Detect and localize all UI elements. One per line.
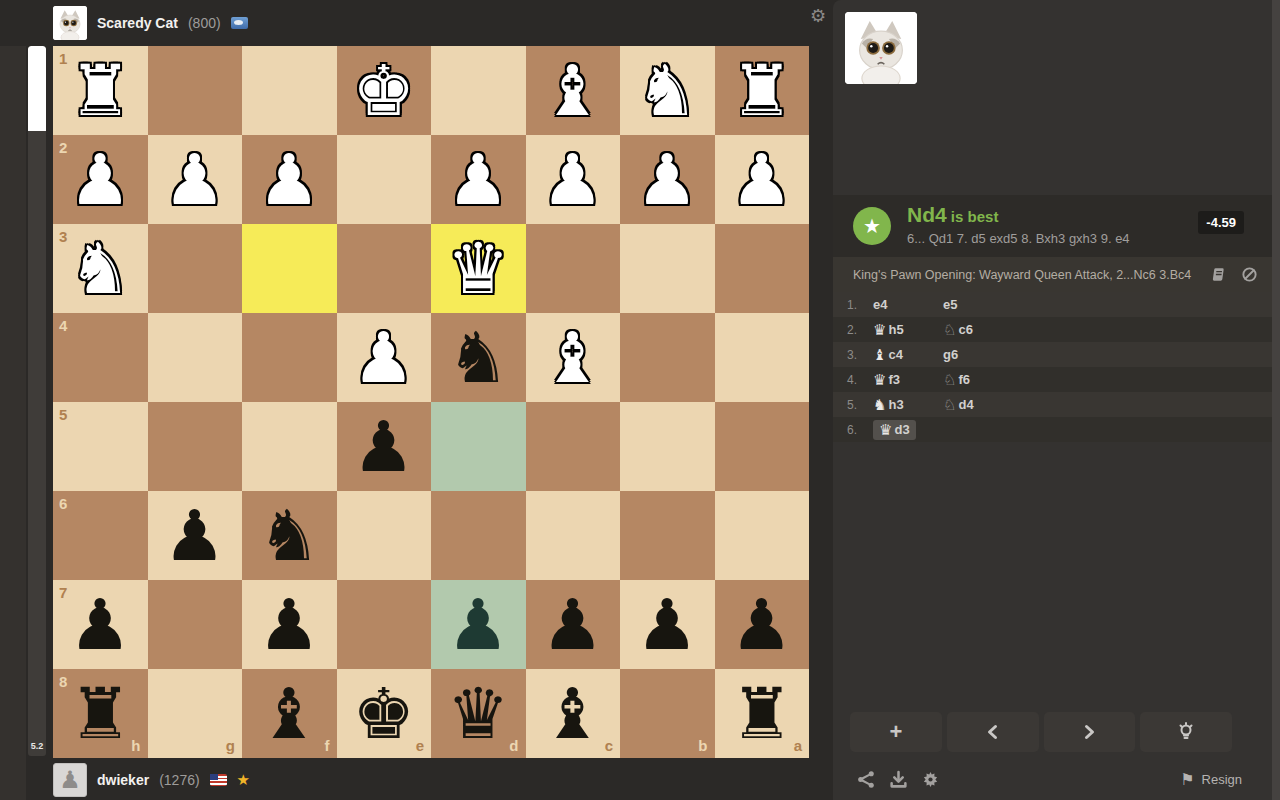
move-san: f6 — [958, 372, 970, 387]
black-pawn[interactable]: ♟ — [636, 590, 699, 660]
square-c1[interactable]: ♝ — [526, 46, 621, 135]
black-queen[interactable]: ♛ — [447, 679, 510, 749]
black-pawn[interactable]: ♟ — [352, 412, 415, 482]
black-figurine-icon: ♘ — [943, 371, 956, 389]
square-c3[interactable] — [526, 224, 621, 313]
player-rating: (1276) — [159, 772, 199, 788]
square-b4[interactable] — [620, 313, 715, 402]
move-black-4[interactable]: ♘f6 — [943, 371, 1013, 389]
white-rook[interactable]: ♜ — [730, 56, 793, 126]
file-label-c: c — [605, 737, 613, 754]
square-f8[interactable]: f♝ — [242, 669, 337, 758]
player-bar: ♟ dwieker (1276) ★ — [53, 762, 250, 798]
book-icon[interactable] — [1210, 266, 1227, 283]
eval-score: 5.2 — [28, 741, 46, 751]
square-g3[interactable] — [148, 224, 243, 313]
evaluation-bar: 5.2 — [28, 46, 46, 756]
square-a6[interactable] — [715, 491, 810, 580]
best-line: 6... Qd1 7. d5 exd5 8. Bxh3 gxh3 9. e4 — [907, 231, 1130, 246]
analysis-panel: ★ Nd4 is best 6... Qd1 7. d5 exd5 8. Bxh… — [833, 0, 1272, 800]
chevron-left-icon — [984, 723, 1002, 741]
panel-scrollbar[interactable] — [1272, 0, 1280, 800]
square-d2[interactable]: ♟ — [431, 135, 526, 224]
file-label-e: e — [416, 737, 424, 754]
square-h4[interactable]: 4 — [53, 313, 148, 402]
white-pawn[interactable]: ♟ — [258, 145, 321, 215]
move-number: 3. — [847, 348, 873, 362]
actions-row: ⚑ Resign — [833, 764, 1272, 794]
chevron-right-icon — [1080, 723, 1098, 741]
square-a7[interactable]: ♟ — [715, 580, 810, 669]
cat-avatar-image — [53, 6, 87, 40]
move-black-2[interactable]: ♘c6 — [943, 321, 1013, 339]
rank-label-6: 6 — [59, 495, 67, 512]
black-bishop[interactable]: ♝ — [258, 679, 321, 749]
best-move-suffix: is best — [947, 208, 999, 225]
cat-avatar-image — [845, 12, 917, 84]
square-h1[interactable]: 1♜ — [53, 46, 148, 135]
square-d1[interactable] — [431, 46, 526, 135]
square-h7[interactable]: 7♟ — [53, 580, 148, 669]
resign-button[interactable]: ⚑ Resign — [1180, 770, 1242, 789]
move-san: d3 — [894, 422, 909, 437]
black-knight[interactable]: ♞ — [258, 501, 321, 571]
rank-label-1: 1 — [59, 50, 67, 67]
move-san: c6 — [958, 322, 972, 337]
square-a1[interactable]: ♜ — [715, 46, 810, 135]
black-figurine-icon: ♘ — [943, 396, 956, 414]
square-e8[interactable]: e♚ — [337, 669, 432, 758]
white-bishop[interactable]: ♝ — [541, 323, 604, 393]
black-pawn[interactable]: ♟ — [730, 590, 793, 660]
hint-button[interactable] — [1140, 712, 1232, 752]
square-h5[interactable]: 5 — [53, 402, 148, 491]
rank-label-5: 5 — [59, 406, 67, 423]
black-pawn[interactable]: ♟ — [447, 590, 510, 660]
white-pawn[interactable]: ♟ — [730, 145, 793, 215]
white-pawn[interactable]: ♟ — [163, 145, 226, 215]
white-knight[interactable]: ♞ — [69, 234, 132, 304]
move-san: h5 — [888, 322, 903, 337]
square-h3[interactable]: 3♞ — [53, 224, 148, 313]
move-row-6: 6.♛d3 — [833, 417, 1272, 442]
white-pawn[interactable]: ♟ — [352, 323, 415, 393]
square-d8[interactable]: d♛ — [431, 669, 526, 758]
square-g2[interactable]: ♟ — [148, 135, 243, 224]
square-b5[interactable] — [620, 402, 715, 491]
black-pawn[interactable]: ♟ — [163, 501, 226, 571]
resign-label: Resign — [1202, 772, 1242, 787]
move-black-3[interactable]: g6 — [943, 347, 1013, 362]
rank-label-8: 8 — [59, 673, 67, 690]
white-king[interactable]: ♚ — [352, 56, 415, 126]
rank-label-4: 4 — [59, 317, 67, 334]
black-rook[interactable]: ♜ — [730, 679, 793, 749]
move-row-2: 2.♛h5♘c6 — [833, 317, 1272, 342]
collapsed-sidebar — [0, 46, 26, 800]
board-settings-gear-icon[interactable]: ⚙ — [810, 6, 830, 26]
rank-label-3: 3 — [59, 228, 67, 245]
white-figurine-icon: ♛ — [873, 371, 886, 389]
white-rook[interactable]: ♜ — [69, 56, 132, 126]
square-b7[interactable]: ♟ — [620, 580, 715, 669]
controls-row: + — [850, 712, 1232, 752]
black-figurine-icon: ♘ — [943, 321, 956, 339]
white-figurine-icon: ♛ — [873, 321, 886, 339]
opening-row[interactable]: King's Pawn Opening: Wayward Queen Attac… — [833, 257, 1272, 292]
square-e3[interactable] — [337, 224, 432, 313]
best-move-star-icon: ★ — [853, 207, 891, 245]
file-label-f: f — [325, 737, 330, 754]
square-b6[interactable] — [620, 491, 715, 580]
square-d4[interactable]: ♞ — [431, 313, 526, 402]
square-g8[interactable]: g — [148, 669, 243, 758]
square-g4[interactable] — [148, 313, 243, 402]
back-button[interactable] — [947, 712, 1039, 752]
rank-label-2: 2 — [59, 139, 67, 156]
settings-gear-icon[interactable] — [921, 770, 940, 789]
square-a3[interactable] — [715, 224, 810, 313]
opponent-bar: Scaredy Cat (800) — [53, 5, 248, 41]
us-flag-icon — [210, 774, 227, 786]
move-row-5: 5.♞h3♘d4 — [833, 392, 1272, 417]
chess-board[interactable]: 1♜♚♝♞♜2♟♟♟♟♟♟♟3♞♛4♟♞♝5♟6♟♞7♟♟♟♟♟♟8h♜gf♝e… — [53, 46, 809, 758]
move-row-4: 4.♛f3♘f6 — [833, 367, 1272, 392]
move-san: e5 — [943, 297, 957, 312]
black-pawn[interactable]: ♟ — [69, 590, 132, 660]
square-g6[interactable]: ♟ — [148, 491, 243, 580]
forward-button[interactable] — [1044, 712, 1136, 752]
share-icon[interactable] — [857, 770, 876, 789]
square-g5[interactable] — [148, 402, 243, 491]
square-f1[interactable] — [242, 46, 337, 135]
lightbulb-icon — [1176, 722, 1196, 742]
black-pawn[interactable]: ♟ — [541, 590, 604, 660]
move-black-1[interactable]: e5 — [943, 297, 1013, 312]
square-f4[interactable] — [242, 313, 337, 402]
eval-badge: -4.59 — [1198, 211, 1244, 234]
square-e1[interactable]: ♚ — [337, 46, 432, 135]
move-san: d4 — [958, 397, 973, 412]
black-pawn[interactable]: ♟ — [258, 590, 321, 660]
move-white-4[interactable]: ♛f3 — [873, 371, 943, 389]
move-san: g6 — [943, 347, 958, 362]
opening-name: King's Pawn Opening: Wayward Queen Attac… — [853, 268, 1210, 282]
move-black-5[interactable]: ♘d4 — [943, 396, 1013, 414]
file-label-g: g — [226, 737, 235, 754]
pawn-avatar-icon: ♟ — [59, 766, 81, 794]
square-a2[interactable]: ♟ — [715, 135, 810, 224]
square-f6[interactable]: ♞ — [242, 491, 337, 580]
square-f7[interactable]: ♟ — [242, 580, 337, 669]
square-f2[interactable]: ♟ — [242, 135, 337, 224]
square-a8[interactable]: a♜ — [715, 669, 810, 758]
square-b1[interactable]: ♞ — [620, 46, 715, 135]
square-c8[interactable]: c♝ — [526, 669, 621, 758]
square-c7[interactable]: ♟ — [526, 580, 621, 669]
move-number: 6. — [847, 423, 873, 437]
best-move-san: Nd4 — [907, 203, 947, 226]
black-knight[interactable]: ♞ — [447, 323, 510, 393]
square-d5[interactable] — [431, 402, 526, 491]
white-queen[interactable]: ♛ — [447, 234, 510, 304]
square-b2[interactable]: ♟ — [620, 135, 715, 224]
move-row-1: 1.e4e5 — [833, 292, 1272, 317]
square-c4[interactable]: ♝ — [526, 313, 621, 402]
gold-star-icon: ★ — [237, 771, 250, 789]
best-move-text: Nd4 is best — [907, 203, 998, 227]
square-a5[interactable] — [715, 402, 810, 491]
add-line-button[interactable]: + — [850, 712, 942, 752]
square-h8[interactable]: 8h♜ — [53, 669, 148, 758]
black-bishop[interactable]: ♝ — [541, 679, 604, 749]
best-move-banner: ★ Nd4 is best 6... Qd1 7. d5 exd5 8. Bxh… — [833, 195, 1272, 257]
move-number: 5. — [847, 398, 873, 412]
opponent-large-avatar[interactable] — [845, 12, 917, 84]
white-bishop[interactable]: ♝ — [541, 56, 604, 126]
opponent-rating: (800) — [188, 15, 221, 31]
square-h6[interactable]: 6 — [53, 491, 148, 580]
move-white-6[interactable]: ♛d3 — [873, 420, 943, 440]
move-san: h3 — [888, 397, 903, 412]
download-icon[interactable] — [889, 770, 908, 789]
file-label-b: b — [698, 737, 707, 754]
square-g7[interactable] — [148, 580, 243, 669]
white-knight[interactable]: ♞ — [636, 56, 699, 126]
move-white-5[interactable]: ♞h3 — [873, 396, 943, 414]
rank-label-7: 7 — [59, 584, 67, 601]
square-d7[interactable]: ♟ — [431, 580, 526, 669]
square-e7[interactable] — [337, 580, 432, 669]
square-c5[interactable] — [526, 402, 621, 491]
file-label-d: d — [509, 737, 518, 754]
white-pawn[interactable]: ♟ — [636, 145, 699, 215]
square-c6[interactable] — [526, 491, 621, 580]
square-b3[interactable] — [620, 224, 715, 313]
opponent-avatar[interactable] — [53, 6, 87, 40]
plus-icon: + — [889, 719, 902, 745]
move-san: e4 — [873, 297, 887, 312]
white-pawn[interactable]: ♟ — [447, 145, 510, 215]
white-figurine-icon: ♝ — [873, 346, 886, 364]
move-white-1[interactable]: e4 — [873, 297, 943, 312]
file-label-a: a — [794, 737, 802, 754]
square-a4[interactable] — [715, 313, 810, 402]
square-d3[interactable]: ♛ — [431, 224, 526, 313]
move-row-3: 3.♝c4g6 — [833, 342, 1272, 367]
eval-white-fill — [28, 46, 46, 131]
square-e6[interactable] — [337, 491, 432, 580]
square-f3[interactable] — [242, 224, 337, 313]
white-pawn[interactable]: ♟ — [69, 145, 132, 215]
player-avatar[interactable]: ♟ — [53, 763, 87, 797]
file-label-h: h — [131, 737, 140, 754]
move-white-2[interactable]: ♛h5 — [873, 321, 943, 339]
square-f5[interactable] — [242, 402, 337, 491]
square-h2[interactable]: 2♟ — [53, 135, 148, 224]
black-king[interactable]: ♚ — [352, 679, 415, 749]
white-pawn[interactable]: ♟ — [541, 145, 604, 215]
square-c2[interactable]: ♟ — [526, 135, 621, 224]
square-e2[interactable] — [337, 135, 432, 224]
move-number: 1. — [847, 298, 873, 312]
move-list: 1.e4e52.♛h5♘c63.♝c4g64.♛f3♘f65.♞h3♘d46.♛… — [833, 292, 1272, 442]
move-number: 4. — [847, 373, 873, 387]
square-d6[interactable] — [431, 491, 526, 580]
resign-flag-icon: ⚑ — [1180, 770, 1194, 789]
square-g1[interactable] — [148, 46, 243, 135]
opponent-name[interactable]: Scaredy Cat — [97, 15, 178, 31]
player-name[interactable]: dwieker — [97, 772, 149, 788]
no-entry-icon[interactable] — [1241, 266, 1258, 283]
white-figurine-icon: ♞ — [873, 396, 886, 414]
black-rook[interactable]: ♜ — [69, 679, 132, 749]
move-number: 2. — [847, 323, 873, 337]
square-b8[interactable]: b — [620, 669, 715, 758]
star-glyph: ★ — [863, 214, 881, 238]
square-e4[interactable]: ♟ — [337, 313, 432, 402]
move-san: c4 — [888, 347, 902, 362]
white-figurine-icon: ♛ — [879, 421, 892, 439]
move-white-3[interactable]: ♝c4 — [873, 346, 943, 364]
cat-flag-icon — [231, 17, 248, 29]
move-san: f3 — [888, 372, 900, 387]
square-e5[interactable]: ♟ — [337, 402, 432, 491]
